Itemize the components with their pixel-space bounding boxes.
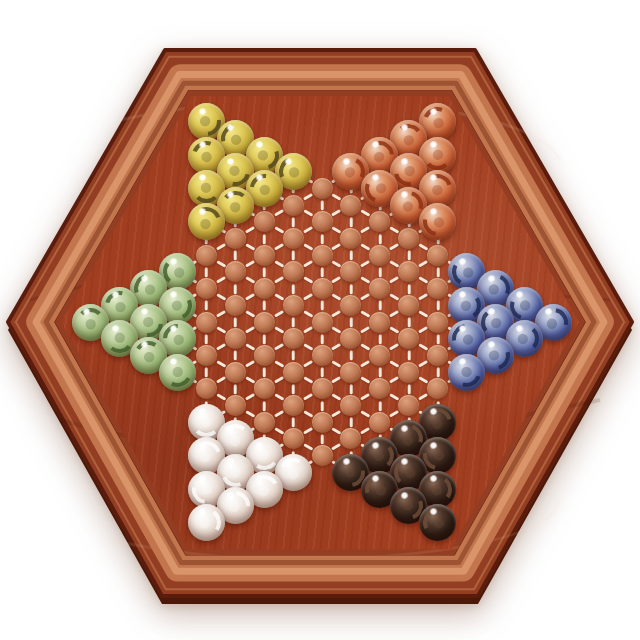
track-dash (216, 393, 226, 401)
track-dash (245, 343, 255, 351)
track-dash (378, 234, 381, 244)
marble-glyph: ● (135, 278, 163, 302)
track-dash (234, 351, 237, 361)
track-dash (291, 250, 294, 260)
marble-glyph: ● (426, 175, 450, 203)
track-dash (245, 243, 255, 251)
track-dash (274, 243, 284, 251)
board-hole[interactable] (283, 195, 304, 216)
board-hole[interactable] (369, 245, 390, 266)
track-dash (216, 276, 226, 284)
track-dash (349, 351, 352, 361)
track-dash (274, 293, 284, 301)
board-hole[interactable] (369, 312, 390, 333)
marble-glyph: ● (283, 459, 304, 486)
track-dash (436, 334, 439, 344)
track-dash (360, 276, 370, 284)
track-dash (418, 243, 428, 251)
track-dash (331, 327, 341, 335)
marble-glyph: ● (366, 477, 394, 502)
marble-glyph: ● (453, 297, 479, 315)
marble-glyph: ● (482, 278, 510, 300)
board-hole[interactable] (312, 345, 333, 366)
track-dash (274, 226, 284, 234)
track-dash (389, 226, 399, 234)
marble-glyph: ● (139, 343, 158, 369)
track-dash (407, 317, 410, 327)
track-dash (360, 327, 370, 335)
marble-glyph: ● (454, 359, 478, 387)
marble-glyph: ● (453, 327, 481, 353)
track-dash (216, 343, 226, 351)
board-hole[interactable] (340, 261, 361, 282)
board-hole[interactable] (398, 295, 419, 316)
board-hole[interactable] (254, 245, 275, 266)
track-dash (378, 401, 381, 411)
board-hole[interactable] (398, 261, 419, 282)
board-hole[interactable] (283, 362, 304, 383)
marble-glyph: ● (224, 459, 246, 487)
board-hole[interactable] (283, 428, 304, 449)
board-hole[interactable] (254, 378, 275, 399)
track-dash (245, 276, 255, 284)
marble-glyph: ● (395, 428, 423, 452)
track-dash (274, 377, 284, 385)
marble-glyph: ● (366, 178, 394, 201)
track-dash (216, 327, 226, 335)
track-dash (234, 284, 237, 294)
board-hole[interactable] (427, 378, 448, 399)
track-dash (360, 377, 370, 385)
marble-glyph: ● (223, 158, 248, 186)
track-dash (303, 410, 313, 418)
board-hole[interactable] (283, 261, 304, 282)
track-dash (320, 267, 323, 277)
track-dash (349, 317, 352, 327)
track-dash (245, 410, 255, 418)
track-dash (274, 393, 284, 401)
marble-glyph: ● (483, 315, 508, 331)
track-dash (360, 293, 370, 301)
track-dash (349, 217, 352, 227)
marble-glyph: ● (192, 109, 220, 135)
track-dash (349, 284, 352, 294)
track-dash (320, 200, 323, 210)
marble-glyph: ● (396, 465, 420, 480)
marble-glyph: ● (227, 193, 244, 218)
board-hole[interactable] (369, 378, 390, 399)
track-dash (389, 377, 399, 385)
track-dash (205, 367, 208, 377)
track-dash (418, 260, 428, 268)
board-hole[interactable] (283, 228, 304, 249)
board-hole[interactable] (340, 362, 361, 383)
track-dash (389, 276, 399, 284)
track-dash (303, 360, 313, 368)
track-dash (349, 417, 352, 427)
marble-green[interactable]: ● (159, 354, 196, 391)
marble-glyph: ● (165, 264, 190, 281)
track-dash (360, 360, 370, 368)
track-dash (389, 310, 399, 318)
track-dash (245, 293, 255, 301)
marble-glyph: ● (227, 427, 243, 452)
track-dash (245, 393, 255, 401)
track-dash (418, 393, 428, 401)
track-dash (360, 410, 370, 418)
track-dash (274, 360, 284, 368)
track-dash (418, 293, 428, 301)
track-dash (205, 334, 208, 344)
marble-glyph: ● (193, 514, 219, 532)
track-dash (389, 243, 399, 251)
track-dash (320, 334, 323, 344)
track-dash (418, 276, 428, 284)
track-dash (331, 377, 341, 385)
track-dash (320, 301, 323, 311)
marble-glyph: ● (424, 513, 451, 534)
board-hole[interactable] (225, 295, 246, 316)
marble-glyph: ● (250, 144, 278, 168)
board-hole[interactable] (196, 345, 217, 366)
marble-glyph: ● (424, 210, 452, 236)
marble-glyph: ● (337, 162, 364, 183)
track-dash (360, 210, 370, 218)
board-hole[interactable] (398, 228, 419, 249)
marble-glyph: ● (111, 327, 128, 352)
board-hole[interactable] (398, 395, 419, 416)
track-dash (331, 443, 341, 451)
track-dash (418, 377, 428, 385)
marble-glyph: ● (251, 175, 277, 203)
marble-glyph: ● (426, 108, 449, 136)
board-hole[interactable] (283, 395, 304, 416)
marble-glyph: ● (221, 127, 249, 152)
pieces-layer: ●●●●●●●●●●●●●●●●●●●●●●●●●●●●●●●●●●●●●●●●… (0, 0, 640, 640)
marble-glyph: ● (195, 209, 219, 237)
track-dash (303, 243, 313, 251)
track-dash (303, 327, 313, 335)
track-dash (262, 334, 265, 344)
marble-glyph: ● (84, 311, 99, 335)
track-dash (245, 260, 255, 268)
track-dash (291, 384, 294, 394)
board-hole[interactable] (312, 278, 333, 299)
marble-glyph: ● (425, 481, 451, 499)
board-hole[interactable] (340, 195, 361, 216)
marble-glyph: ● (199, 411, 214, 435)
track-dash (216, 377, 226, 385)
track-dash (274, 410, 284, 418)
board-hole[interactable] (225, 261, 246, 282)
track-dash (418, 310, 428, 318)
track-dash (274, 260, 284, 268)
track-dash (245, 360, 255, 368)
track-dash (331, 276, 341, 284)
track-dash (360, 393, 370, 401)
track-dash (418, 360, 428, 368)
track-dash (262, 301, 265, 311)
marble-glyph: ● (510, 294, 538, 318)
board-hole[interactable] (398, 328, 419, 349)
track-dash (436, 267, 439, 277)
track-dash (245, 327, 255, 335)
track-dash (349, 250, 352, 260)
track-dash (274, 427, 284, 435)
board-hole[interactable] (254, 312, 275, 333)
board-hole[interactable] (340, 428, 361, 449)
track-dash (360, 243, 370, 251)
track-dash (274, 310, 284, 318)
track-dash (274, 327, 284, 335)
track-dash (274, 210, 284, 218)
track-dash (418, 343, 428, 351)
marble-glyph: ● (195, 142, 219, 170)
track-dash (303, 226, 313, 234)
board-hole[interactable] (196, 378, 217, 399)
marble-glyph: ● (425, 409, 450, 437)
board-hole[interactable] (398, 362, 419, 383)
board-hole[interactable] (427, 345, 448, 366)
track-dash (389, 393, 399, 401)
track-dash (331, 293, 341, 301)
track-dash (331, 410, 341, 418)
track-dash (331, 310, 341, 318)
track-dash (245, 377, 255, 385)
track-dash (331, 243, 341, 251)
board-hole[interactable] (340, 328, 361, 349)
marble-glyph: ● (400, 126, 418, 152)
track-dash (303, 377, 313, 385)
track-dash (303, 193, 313, 201)
track-dash (360, 260, 370, 268)
track-dash (262, 234, 265, 244)
board-hole[interactable] (225, 362, 246, 383)
track-dash (291, 217, 294, 227)
board-hole[interactable] (312, 412, 333, 433)
track-dash (389, 260, 399, 268)
marble-glyph: ● (279, 162, 307, 184)
marble-glyph: ● (222, 493, 250, 520)
track-dash (389, 293, 399, 301)
board-hole[interactable] (254, 412, 275, 433)
track-dash (274, 343, 284, 351)
track-dash (320, 434, 323, 444)
marble-glyph: ● (424, 444, 452, 469)
track-dash (320, 234, 323, 244)
track-dash (303, 260, 313, 268)
track-dash (378, 267, 381, 277)
track-dash (331, 193, 341, 201)
track-dash (360, 226, 370, 234)
track-dash (303, 427, 313, 435)
track-dash (291, 351, 294, 361)
board-hole[interactable] (254, 345, 275, 366)
board-hole[interactable] (340, 395, 361, 416)
marble-glyph: ● (164, 295, 192, 317)
marble-glyph: ● (396, 158, 421, 186)
marble-glyph: ● (453, 262, 480, 283)
marble-blue[interactable]: ● (448, 354, 485, 391)
board-hole[interactable] (196, 245, 217, 266)
board-hole[interactable] (312, 445, 333, 466)
marble-glyph: ● (367, 448, 392, 464)
marble-glyph: ● (395, 495, 423, 518)
marble-glyph: ● (135, 309, 161, 337)
board-hole[interactable] (225, 328, 246, 349)
track-dash (407, 351, 410, 361)
board-hole[interactable] (312, 378, 333, 399)
board-hole[interactable] (369, 412, 390, 433)
board-hole[interactable] (283, 328, 304, 349)
track-dash (291, 317, 294, 327)
track-dash (262, 267, 265, 277)
marble-red[interactable]: ● (419, 203, 456, 240)
track-dash (303, 310, 313, 318)
marble-glyph: ● (107, 292, 132, 320)
track-dash (303, 343, 313, 351)
track-dash (303, 393, 313, 401)
track-dash (407, 384, 410, 394)
board-hole[interactable] (312, 178, 333, 199)
board-hole[interactable] (196, 278, 217, 299)
track-dash (407, 284, 410, 294)
marble-yellow[interactable]: ● (188, 203, 225, 240)
track-dash (378, 334, 381, 344)
marble-glyph: ● (337, 460, 365, 486)
track-dash (418, 327, 428, 335)
track-dash (303, 276, 313, 284)
board-hole[interactable] (312, 245, 333, 266)
track-dash (234, 250, 237, 260)
track-dash (320, 401, 323, 411)
track-dash (389, 343, 399, 351)
marble-glyph: ● (255, 443, 273, 469)
track-dash (331, 393, 341, 401)
track-dash (407, 250, 410, 260)
board-hole[interactable] (283, 295, 304, 316)
marble-glyph: ● (199, 177, 214, 201)
marble-glyph: ● (194, 442, 218, 470)
track-dash (262, 401, 265, 411)
board-hole[interactable] (312, 312, 333, 333)
board-hole[interactable] (254, 211, 275, 232)
board-hole[interactable] (427, 245, 448, 266)
marble-white[interactable]: ● (188, 504, 225, 541)
track-dash (216, 293, 226, 301)
marble-glyph: ● (539, 310, 567, 335)
track-dash (360, 427, 370, 435)
track-dash (262, 367, 265, 377)
board-hole[interactable] (369, 211, 390, 232)
board-hole[interactable] (369, 278, 390, 299)
board-hole[interactable] (369, 345, 390, 366)
track-dash (360, 310, 370, 318)
track-dash (389, 360, 399, 368)
track-dash (320, 367, 323, 377)
board-hole[interactable] (340, 228, 361, 249)
marble-glyph: ● (430, 143, 445, 167)
track-dash (331, 360, 341, 368)
track-dash (234, 384, 237, 394)
track-dash (436, 367, 439, 377)
marble-glyph: ● (395, 194, 423, 219)
track-dash (245, 226, 255, 234)
track-dash (303, 293, 313, 301)
track-dash (291, 417, 294, 427)
board-hole[interactable] (427, 312, 448, 333)
board-hole[interactable] (312, 211, 333, 232)
track-dash (216, 260, 226, 268)
board-hole[interactable] (427, 278, 448, 299)
track-dash (216, 360, 226, 368)
board-hole[interactable] (225, 228, 246, 249)
track-dash (436, 301, 439, 311)
track-dash (245, 310, 255, 318)
track-dash (331, 210, 341, 218)
track-dash (389, 327, 399, 335)
marble-glyph: ● (192, 477, 220, 503)
track-dash (360, 343, 370, 351)
track-dash (378, 301, 381, 311)
track-dash (291, 284, 294, 294)
track-dash (331, 226, 341, 234)
track-dash (274, 276, 284, 284)
track-dash (303, 443, 313, 451)
marble-glyph: ● (167, 359, 188, 386)
marble-glyph: ● (164, 326, 191, 353)
track-dash (303, 210, 313, 218)
board-hole[interactable] (254, 278, 275, 299)
chinese-checkers-board: ●●●●●●●●●●●●●●●●●●●●●●●●●●●●●●●●●●●●●●●●… (0, 0, 640, 640)
marble-glyph: ● (254, 476, 275, 503)
marble-glyph: ● (512, 332, 536, 347)
board-hole[interactable] (196, 312, 217, 333)
board-hole[interactable] (225, 395, 246, 416)
track-dash (389, 410, 399, 418)
marble-glyph: ● (367, 142, 394, 170)
track-dash (331, 343, 341, 351)
marble-glyph: ● (481, 344, 509, 369)
track-dash (349, 384, 352, 394)
track-dash (216, 243, 226, 251)
track-dash (205, 301, 208, 311)
marble-black[interactable]: ● (419, 504, 456, 541)
board-hole[interactable] (340, 295, 361, 316)
track-dash (378, 367, 381, 377)
track-dash (234, 317, 237, 327)
track-dash (205, 267, 208, 277)
track-dash (216, 310, 226, 318)
